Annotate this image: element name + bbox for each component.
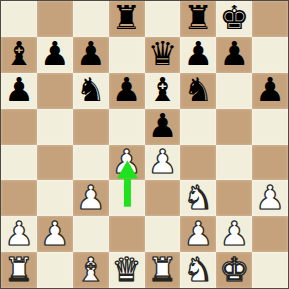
square-f4[interactable] <box>180 145 216 181</box>
square-h3[interactable]: ♟ <box>252 180 288 216</box>
square-f7[interactable]: ♟ <box>180 37 216 73</box>
square-e4[interactable]: ♟ <box>145 145 181 181</box>
square-a7[interactable]: ♝ <box>1 37 37 73</box>
square-d7[interactable] <box>109 37 145 73</box>
square-f8[interactable]: ♜ <box>180 1 216 37</box>
square-a2[interactable]: ♟ <box>1 216 37 252</box>
square-h1[interactable] <box>252 252 288 288</box>
black-knight[interactable]: ♞ <box>184 73 214 106</box>
square-a1[interactable]: ♜ <box>1 252 37 288</box>
square-f5[interactable] <box>180 109 216 145</box>
square-b5[interactable] <box>37 109 73 145</box>
square-b2[interactable]: ♟ <box>37 216 73 252</box>
square-a6[interactable]: ♟ <box>1 73 37 109</box>
white-pawn[interactable]: ♟ <box>76 181 106 214</box>
white-pawn[interactable]: ♟ <box>255 181 285 214</box>
square-c1[interactable]: ♝ <box>73 252 109 288</box>
square-d3[interactable] <box>109 180 145 216</box>
square-c2[interactable] <box>73 216 109 252</box>
square-h7[interactable] <box>252 37 288 73</box>
black-pawn[interactable]: ♟ <box>40 37 70 70</box>
black-pawn[interactable]: ♟ <box>255 73 285 106</box>
white-bishop[interactable]: ♝ <box>76 253 106 286</box>
square-e6[interactable]: ♝ <box>145 73 181 109</box>
square-a8[interactable] <box>1 1 37 37</box>
square-g1[interactable]: ♚ <box>216 252 252 288</box>
black-pawn[interactable]: ♟ <box>4 73 34 106</box>
square-g3[interactable] <box>216 180 252 216</box>
square-h5[interactable] <box>252 109 288 145</box>
white-pawn[interactable]: ♟ <box>112 145 142 178</box>
black-pawn[interactable]: ♟ <box>76 37 106 70</box>
white-pawn[interactable]: ♟ <box>4 217 34 250</box>
white-pawn[interactable]: ♟ <box>184 217 214 250</box>
chess-board: ♜♜♚♝♟♟♛♟♟♟♞♟♝♞♟♟♟♟♟♞♟♟♟♟♟♜♝♛♜♞♚ <box>1 1 288 288</box>
square-a4[interactable] <box>1 145 37 181</box>
square-g4[interactable] <box>216 145 252 181</box>
white-knight[interactable]: ♞ <box>184 181 214 214</box>
black-pawn[interactable]: ♟ <box>148 109 178 142</box>
white-knight[interactable]: ♞ <box>184 253 214 286</box>
square-b3[interactable] <box>37 180 73 216</box>
square-f2[interactable]: ♟ <box>180 216 216 252</box>
square-b6[interactable] <box>37 73 73 109</box>
square-c7[interactable]: ♟ <box>73 37 109 73</box>
black-bishop[interactable]: ♝ <box>4 37 34 70</box>
square-e3[interactable] <box>145 180 181 216</box>
white-queen[interactable]: ♛ <box>112 253 142 286</box>
square-c8[interactable] <box>73 1 109 37</box>
square-g5[interactable] <box>216 109 252 145</box>
square-d1[interactable]: ♛ <box>109 252 145 288</box>
square-e2[interactable] <box>145 216 181 252</box>
square-d4[interactable]: ♟ <box>109 145 145 181</box>
square-a3[interactable] <box>1 180 37 216</box>
white-rook[interactable]: ♜ <box>148 253 178 286</box>
square-e5[interactable]: ♟ <box>145 109 181 145</box>
square-g6[interactable] <box>216 73 252 109</box>
square-b4[interactable] <box>37 145 73 181</box>
white-pawn[interactable]: ♟ <box>148 145 178 178</box>
square-g7[interactable]: ♟ <box>216 37 252 73</box>
square-h2[interactable] <box>252 216 288 252</box>
square-b8[interactable] <box>37 1 73 37</box>
square-d8[interactable]: ♜ <box>109 1 145 37</box>
square-f1[interactable]: ♞ <box>180 252 216 288</box>
black-knight[interactable]: ♞ <box>76 73 106 106</box>
square-c3[interactable]: ♟ <box>73 180 109 216</box>
chess-board-frame: ♜♜♚♝♟♟♛♟♟♟♞♟♝♞♟♟♟♟♟♞♟♟♟♟♟♜♝♛♜♞♚ <box>0 0 289 289</box>
black-rook[interactable]: ♜ <box>112 1 142 34</box>
black-queen[interactable]: ♛ <box>148 37 178 70</box>
square-d6[interactable]: ♟ <box>109 73 145 109</box>
white-king[interactable]: ♚ <box>219 253 249 286</box>
black-bishop[interactable]: ♝ <box>148 73 178 106</box>
square-g8[interactable]: ♚ <box>216 1 252 37</box>
square-e1[interactable]: ♜ <box>145 252 181 288</box>
black-pawn[interactable]: ♟ <box>219 37 249 70</box>
square-h6[interactable]: ♟ <box>252 73 288 109</box>
square-g2[interactable]: ♟ <box>216 216 252 252</box>
square-a5[interactable] <box>1 109 37 145</box>
black-pawn[interactable]: ♟ <box>112 73 142 106</box>
square-f6[interactable]: ♞ <box>180 73 216 109</box>
black-king[interactable]: ♚ <box>219 1 249 34</box>
square-d5[interactable] <box>109 109 145 145</box>
square-c6[interactable]: ♞ <box>73 73 109 109</box>
square-c4[interactable] <box>73 145 109 181</box>
white-pawn[interactable]: ♟ <box>40 217 70 250</box>
square-b1[interactable] <box>37 252 73 288</box>
square-h4[interactable] <box>252 145 288 181</box>
square-e8[interactable] <box>145 1 181 37</box>
square-e7[interactable]: ♛ <box>145 37 181 73</box>
black-pawn[interactable]: ♟ <box>184 37 214 70</box>
black-rook[interactable]: ♜ <box>184 1 214 34</box>
square-b7[interactable]: ♟ <box>37 37 73 73</box>
square-c5[interactable] <box>73 109 109 145</box>
square-d2[interactable] <box>109 216 145 252</box>
white-rook[interactable]: ♜ <box>4 253 34 286</box>
square-h8[interactable] <box>252 1 288 37</box>
square-f3[interactable]: ♞ <box>180 180 216 216</box>
white-pawn[interactable]: ♟ <box>219 217 249 250</box>
